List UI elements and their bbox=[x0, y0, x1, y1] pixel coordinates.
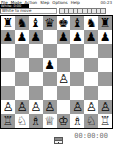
black-pawn: ♟ bbox=[100, 31, 111, 44]
square-e1[interactable]: ♔ bbox=[57, 114, 71, 128]
square-b4[interactable] bbox=[15, 72, 29, 86]
white-king: ♔ bbox=[58, 115, 69, 128]
square-a7[interactable]: ♟ bbox=[1, 30, 15, 44]
square-c4[interactable] bbox=[29, 72, 43, 86]
square-h1[interactable]: ♖ bbox=[98, 114, 112, 128]
white-queen: ♕ bbox=[44, 115, 55, 128]
square-a3[interactable] bbox=[1, 86, 15, 100]
square-e3[interactable] bbox=[57, 86, 71, 100]
square-c1[interactable]: ♗ bbox=[29, 114, 43, 128]
black-pawn: ♟ bbox=[86, 31, 97, 44]
white-rook: ♖ bbox=[3, 115, 14, 128]
small-window-icon-dot bbox=[58, 142, 59, 143]
small-window-icon-titlebar bbox=[55, 138, 62, 141]
white-knight: ♘ bbox=[86, 115, 97, 128]
square-h3[interactable] bbox=[98, 86, 112, 100]
square-h8[interactable]: ♜ bbox=[98, 16, 112, 30]
square-e7[interactable]: ♟ bbox=[57, 30, 71, 44]
square-b5[interactable] bbox=[15, 58, 29, 72]
square-b6[interactable] bbox=[15, 44, 29, 58]
square-b8[interactable]: ♞ bbox=[15, 16, 29, 30]
square-a6[interactable] bbox=[1, 44, 15, 58]
black-rook: ♜ bbox=[100, 17, 111, 30]
black-pawn: ♟ bbox=[30, 31, 41, 44]
square-a4[interactable] bbox=[1, 72, 15, 86]
square-c6[interactable] bbox=[29, 44, 43, 58]
square-e8[interactable]: ♚ bbox=[57, 16, 71, 30]
square-g3[interactable] bbox=[84, 86, 98, 100]
square-b1[interactable]: ♘ bbox=[15, 114, 29, 128]
square-d7[interactable] bbox=[43, 30, 57, 44]
square-g8[interactable]: ♞ bbox=[84, 16, 98, 30]
black-knight: ♞ bbox=[86, 17, 97, 30]
square-h6[interactable] bbox=[98, 44, 112, 58]
white-pawn: ♙ bbox=[30, 101, 41, 114]
black-queen: ♛ bbox=[44, 17, 55, 30]
black-pawn: ♟ bbox=[58, 31, 69, 44]
session-clock: 00:00:00 bbox=[74, 132, 108, 141]
square-c7[interactable]: ♟ bbox=[29, 30, 43, 44]
square-d1[interactable]: ♕ bbox=[43, 114, 57, 128]
square-c2[interactable]: ♙ bbox=[29, 100, 43, 114]
square-g6[interactable] bbox=[84, 44, 98, 58]
square-f8[interactable]: ♝ bbox=[70, 16, 84, 30]
white-knight: ♘ bbox=[16, 115, 27, 128]
square-c8[interactable]: ♝ bbox=[29, 16, 43, 30]
square-e2[interactable] bbox=[57, 100, 71, 114]
square-b7[interactable]: ♟ bbox=[15, 30, 29, 44]
square-f4[interactable] bbox=[70, 72, 84, 86]
square-f1[interactable]: ♗ bbox=[70, 114, 84, 128]
square-a2[interactable]: ♙ bbox=[1, 100, 15, 114]
status-row: White to move bbox=[0, 8, 113, 14]
square-g1[interactable]: ♘ bbox=[84, 114, 98, 128]
square-b2[interactable]: ♙ bbox=[15, 100, 29, 114]
square-b3[interactable] bbox=[15, 86, 29, 100]
square-g5[interactable] bbox=[84, 58, 98, 72]
white-bishop: ♗ bbox=[30, 115, 41, 128]
nav-button-10[interactable] bbox=[100, 8, 106, 14]
white-pawn: ♙ bbox=[58, 73, 69, 86]
black-pawn: ♟ bbox=[72, 31, 83, 44]
square-f5[interactable] bbox=[70, 58, 84, 72]
square-e5[interactable] bbox=[57, 58, 71, 72]
square-f3[interactable] bbox=[70, 86, 84, 100]
white-rook: ♖ bbox=[100, 115, 111, 128]
square-f7[interactable]: ♟ bbox=[70, 30, 84, 44]
square-d4[interactable] bbox=[43, 72, 57, 86]
black-rook: ♜ bbox=[3, 17, 14, 30]
small-window-icon[interactable] bbox=[54, 137, 63, 144]
square-h5[interactable] bbox=[98, 58, 112, 72]
status-message-field: White to move bbox=[0, 8, 57, 14]
square-h7[interactable]: ♟ bbox=[98, 30, 112, 44]
white-pawn: ♙ bbox=[3, 101, 14, 114]
square-a1[interactable]: ♖ bbox=[1, 114, 15, 128]
square-g2[interactable]: ♙ bbox=[84, 100, 98, 114]
black-pawn: ♟ bbox=[44, 59, 55, 72]
square-g4[interactable] bbox=[84, 72, 98, 86]
black-pawn: ♟ bbox=[16, 31, 27, 44]
white-bishop: ♗ bbox=[72, 115, 83, 128]
square-d8[interactable]: ♛ bbox=[43, 16, 57, 30]
square-d6[interactable] bbox=[43, 44, 57, 58]
black-bishop: ♝ bbox=[72, 17, 83, 30]
white-pawn: ♙ bbox=[72, 101, 83, 114]
square-h4[interactable] bbox=[98, 72, 112, 86]
square-h2[interactable]: ♙ bbox=[98, 100, 112, 114]
square-e4[interactable]: ♙ bbox=[57, 72, 71, 86]
white-pawn: ♙ bbox=[86, 101, 97, 114]
white-pawn: ♙ bbox=[44, 101, 55, 114]
white-pawn: ♙ bbox=[16, 101, 27, 114]
black-king: ♚ bbox=[58, 17, 69, 30]
square-f2[interactable]: ♙ bbox=[70, 100, 84, 114]
square-f6[interactable] bbox=[70, 44, 84, 58]
square-g7[interactable]: ♟ bbox=[84, 30, 98, 44]
square-a5[interactable] bbox=[1, 58, 15, 72]
nav-button-strip bbox=[59, 8, 106, 14]
black-bishop: ♝ bbox=[30, 17, 41, 30]
chess-board: ♜♞♝♛♚♝♞♜♟♟♟♟♟♟♟♟♙♙♙♙♙♙♙♙♖♘♗♕♔♗♘♖ bbox=[0, 15, 113, 129]
square-a8[interactable]: ♜ bbox=[1, 16, 15, 30]
square-d3[interactable] bbox=[43, 86, 57, 100]
square-d2[interactable]: ♙ bbox=[43, 100, 57, 114]
square-d5[interactable]: ♟ bbox=[43, 58, 57, 72]
black-knight: ♞ bbox=[16, 17, 27, 30]
square-c3[interactable] bbox=[29, 86, 43, 100]
square-e6[interactable] bbox=[57, 44, 71, 58]
black-pawn: ♟ bbox=[3, 31, 14, 44]
square-c5[interactable] bbox=[29, 58, 43, 72]
white-pawn: ♙ bbox=[100, 101, 111, 114]
